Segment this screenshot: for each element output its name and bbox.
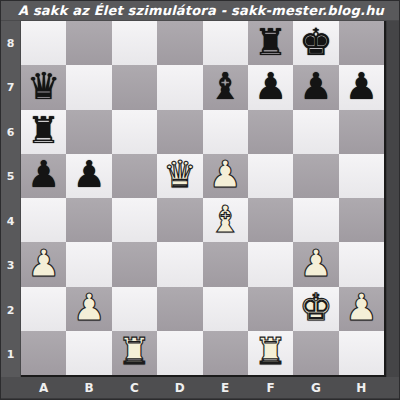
square-a3: ♟ [21,242,66,286]
square-d5: ♛ [157,154,202,198]
white-pawn-g3: ♟ [299,245,332,282]
black-pawn-f7: ♟ [254,68,287,105]
square-f7: ♟ [248,65,293,109]
rank-label-3: 3 [1,244,20,289]
black-queen-a7: ♛ [27,68,60,105]
square-g4 [293,198,338,242]
square-b5: ♟ [66,154,111,198]
square-e5: ♟ [203,154,248,198]
file-label-a: A [21,377,66,398]
square-h4 [339,198,384,242]
square-e7: ♝ [203,65,248,109]
file-label-b: B [66,377,111,398]
black-king-g8: ♚ [299,24,332,61]
square-f3 [248,242,293,286]
file-label-d: D [157,377,202,398]
square-h3 [339,242,384,286]
black-bishop-e7: ♝ [209,68,242,105]
square-h2: ♟ [339,287,384,331]
square-c5 [112,154,157,198]
rank-coordinates: 87654321 [1,21,21,377]
file-strip-spacer [1,377,21,398]
square-g6 [293,110,338,154]
square-d3 [157,242,202,286]
square-g2: ♚ [293,287,338,331]
square-h7: ♟ [339,65,384,109]
white-pawn-e5: ♟ [209,156,242,193]
white-rook-f1: ♜ [254,333,287,370]
square-e2 [203,287,248,331]
square-d6 [157,110,202,154]
file-labels: ABCDEFGH [21,377,384,398]
black-pawn-g7: ♟ [299,68,332,105]
square-c3 [112,242,157,286]
square-g5 [293,154,338,198]
square-b6 [66,110,111,154]
white-queen-d5: ♛ [163,156,196,193]
square-d4 [157,198,202,242]
square-e1 [203,331,248,375]
black-rook-f8: ♜ [254,24,287,61]
square-b1 [66,331,111,375]
square-g7: ♟ [293,65,338,109]
square-b8 [66,21,111,65]
black-pawn-h7: ♟ [345,68,378,105]
square-a1 [21,331,66,375]
rank-label-1: 1 [1,333,20,378]
rank-label-7: 7 [1,66,20,111]
square-a7: ♛ [21,65,66,109]
square-d8 [157,21,202,65]
square-g3: ♟ [293,242,338,286]
square-g8: ♚ [293,21,338,65]
square-c6 [112,110,157,154]
square-e8 [203,21,248,65]
square-h8 [339,21,384,65]
white-pawn-b2: ♟ [72,289,105,326]
square-a8 [21,21,66,65]
white-bishop-e4: ♝ [209,201,242,238]
board: ♜♚♛♝♟♟♟♜♟♟♛♟♝♟♟♟♚♟♜♜ [21,21,386,377]
white-pawn-h2: ♟ [345,289,378,326]
square-f1: ♜ [248,331,293,375]
square-a5: ♟ [21,154,66,198]
square-e6 [203,110,248,154]
square-a2 [21,287,66,331]
file-label-c: C [112,377,157,398]
rank-label-4: 4 [1,199,20,244]
file-label-f: F [248,377,293,398]
file-label-g: G [293,377,338,398]
square-h1 [339,331,384,375]
square-b2: ♟ [66,287,111,331]
square-c8 [112,21,157,65]
rank-label-5: 5 [1,155,20,200]
chess-diagram-window: A sakk az Élet szimulátora - sakk-mester… [0,0,400,400]
square-a4 [21,198,66,242]
file-label-e: E [203,377,248,398]
square-e4: ♝ [203,198,248,242]
black-pawn-b5: ♟ [72,156,105,193]
square-f6 [248,110,293,154]
page-title: A sakk az Élet szimulátora - sakk-mester… [18,3,384,18]
square-h5 [339,154,384,198]
rank-label-2: 2 [1,288,20,333]
square-a6: ♜ [21,110,66,154]
rank-label-8: 8 [1,21,20,66]
square-d7 [157,65,202,109]
square-b4 [66,198,111,242]
square-c2 [112,287,157,331]
title-bar: A sakk az Élet szimulátora - sakk-mester… [1,1,400,21]
square-h6 [339,110,384,154]
square-f5 [248,154,293,198]
square-f2 [248,287,293,331]
square-e3 [203,242,248,286]
square-f4 [248,198,293,242]
square-d2 [157,287,202,331]
square-g1 [293,331,338,375]
file-coordinates: ABCDEFGH [1,377,400,400]
square-b7 [66,65,111,109]
rank-label-6: 6 [1,110,20,155]
square-d1 [157,331,202,375]
board-right-margin [386,21,400,377]
square-c4 [112,198,157,242]
square-c1: ♜ [112,331,157,375]
black-pawn-a5: ♟ [27,156,60,193]
black-rook-a6: ♜ [27,112,60,149]
square-c7 [112,65,157,109]
white-rook-c1: ♜ [118,333,151,370]
square-f8: ♜ [248,21,293,65]
white-pawn-a3: ♟ [27,245,60,282]
white-king-g2: ♚ [299,289,332,326]
file-label-h: H [339,377,384,398]
square-b3 [66,242,111,286]
